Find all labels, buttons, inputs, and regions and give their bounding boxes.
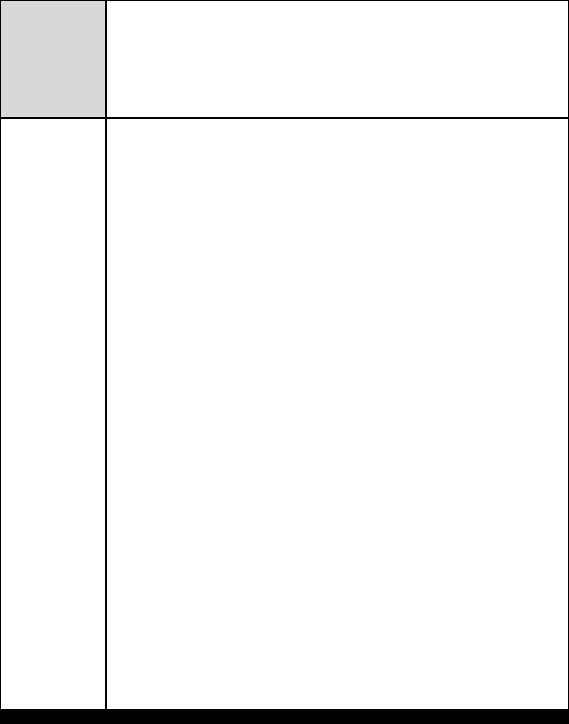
row-clues-panel — [1, 119, 107, 711]
site-bar — [0, 710, 569, 724]
nonogram-puzzle — [0, 0, 569, 710]
column-clues-panel — [107, 1, 569, 119]
puzzle-grid — [107, 119, 569, 711]
nonogram-page — [0, 0, 569, 724]
corner-box — [1, 1, 107, 119]
